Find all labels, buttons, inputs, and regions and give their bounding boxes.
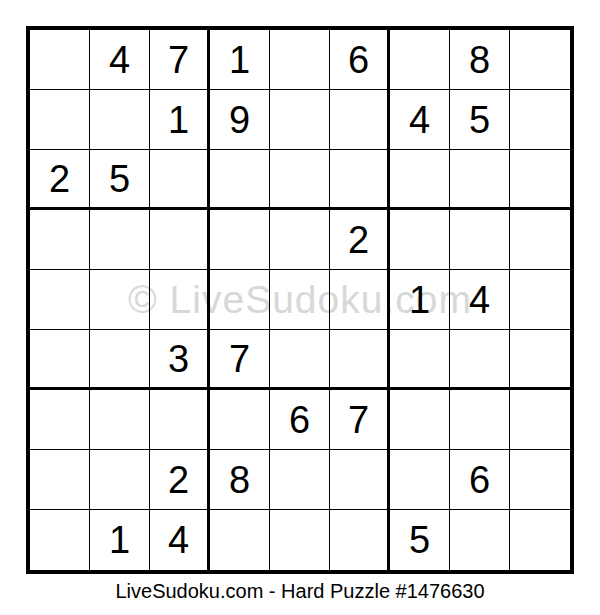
cell-r4c5[interactable] xyxy=(270,210,330,270)
cell-r4c9[interactable] xyxy=(510,210,570,270)
cell-r6c7[interactable] xyxy=(390,330,450,390)
cell-r1c8[interactable]: 8 xyxy=(450,30,510,90)
cell-r2c1[interactable] xyxy=(30,90,90,150)
cell-r9c8[interactable] xyxy=(450,510,510,570)
cell-r5c6[interactable] xyxy=(330,270,390,330)
cell-r9c6[interactable] xyxy=(330,510,390,570)
cell-r8c2[interactable] xyxy=(90,450,150,510)
cell-r5c8[interactable]: 4 xyxy=(450,270,510,330)
cell-r9c3[interactable]: 4 xyxy=(150,510,210,570)
cell-r2c6[interactable] xyxy=(330,90,390,150)
cell-r8c7[interactable] xyxy=(390,450,450,510)
cell-r5c7[interactable]: 1 xyxy=(390,270,450,330)
cell-r7c1[interactable] xyxy=(30,390,90,450)
cell-r2c2[interactable] xyxy=(90,90,150,150)
cell-r3c7[interactable] xyxy=(390,150,450,210)
cell-r4c6[interactable]: 2 xyxy=(330,210,390,270)
cell-r3c4[interactable] xyxy=(210,150,270,210)
cell-r1c5[interactable] xyxy=(270,30,330,90)
cell-r3c3[interactable] xyxy=(150,150,210,210)
cell-r4c3[interactable] xyxy=(150,210,210,270)
cell-r7c7[interactable] xyxy=(390,390,450,450)
cell-r6c1[interactable] xyxy=(30,330,90,390)
cell-r8c6[interactable] xyxy=(330,450,390,510)
cell-r1c1[interactable] xyxy=(30,30,90,90)
cell-r2c7[interactable]: 4 xyxy=(390,90,450,150)
cell-r1c7[interactable] xyxy=(390,30,450,90)
cell-r5c4[interactable] xyxy=(210,270,270,330)
cell-r9c7[interactable]: 5 xyxy=(390,510,450,570)
cell-r6c5[interactable] xyxy=(270,330,330,390)
cell-r3c6[interactable] xyxy=(330,150,390,210)
cell-r7c9[interactable] xyxy=(510,390,570,450)
cell-r2c5[interactable] xyxy=(270,90,330,150)
cell-r1c4[interactable]: 1 xyxy=(210,30,270,90)
cell-r7c8[interactable] xyxy=(450,390,510,450)
cell-r8c3[interactable]: 2 xyxy=(150,450,210,510)
cell-r8c4[interactable]: 8 xyxy=(210,450,270,510)
cell-r1c6[interactable]: 6 xyxy=(330,30,390,90)
cell-r7c6[interactable]: 7 xyxy=(330,390,390,450)
cell-r4c1[interactable] xyxy=(30,210,90,270)
caption: LiveSudoku.com - Hard Puzzle #1476630 xyxy=(0,580,600,603)
sudoku-page: © LiveSudoku.com 47168194525214376728614… xyxy=(0,0,600,615)
cell-r3c5[interactable] xyxy=(270,150,330,210)
cell-r9c2[interactable]: 1 xyxy=(90,510,150,570)
cell-r2c3[interactable]: 1 xyxy=(150,90,210,150)
cell-r6c2[interactable] xyxy=(90,330,150,390)
cell-r6c4[interactable]: 7 xyxy=(210,330,270,390)
cell-r5c1[interactable] xyxy=(30,270,90,330)
cell-r8c8[interactable]: 6 xyxy=(450,450,510,510)
cell-r4c2[interactable] xyxy=(90,210,150,270)
cell-r7c2[interactable] xyxy=(90,390,150,450)
cell-r7c4[interactable] xyxy=(210,390,270,450)
cell-r5c9[interactable] xyxy=(510,270,570,330)
cell-r9c5[interactable] xyxy=(270,510,330,570)
cell-r8c9[interactable] xyxy=(510,450,570,510)
cell-r9c1[interactable] xyxy=(30,510,90,570)
cell-r5c2[interactable] xyxy=(90,270,150,330)
cell-r8c5[interactable] xyxy=(270,450,330,510)
cell-r4c7[interactable] xyxy=(390,210,450,270)
cell-r2c9[interactable] xyxy=(510,90,570,150)
cell-r9c4[interactable] xyxy=(210,510,270,570)
sudoku-board: © LiveSudoku.com 47168194525214376728614… xyxy=(26,26,574,574)
cell-r1c2[interactable]: 4 xyxy=(90,30,150,90)
cell-r3c9[interactable] xyxy=(510,150,570,210)
cell-r7c3[interactable] xyxy=(150,390,210,450)
cell-r5c3[interactable] xyxy=(150,270,210,330)
cell-r1c9[interactable] xyxy=(510,30,570,90)
cell-r8c1[interactable] xyxy=(30,450,90,510)
cell-r2c4[interactable]: 9 xyxy=(210,90,270,150)
cell-r6c8[interactable] xyxy=(450,330,510,390)
cell-r2c8[interactable]: 5 xyxy=(450,90,510,150)
cell-r1c3[interactable]: 7 xyxy=(150,30,210,90)
cell-r3c8[interactable] xyxy=(450,150,510,210)
cell-r3c2[interactable]: 5 xyxy=(90,150,150,210)
cell-r4c8[interactable] xyxy=(450,210,510,270)
cell-r5c5[interactable] xyxy=(270,270,330,330)
cell-r6c3[interactable]: 3 xyxy=(150,330,210,390)
cell-r7c5[interactable]: 6 xyxy=(270,390,330,450)
cell-r6c6[interactable] xyxy=(330,330,390,390)
cell-r9c9[interactable] xyxy=(510,510,570,570)
cell-r6c9[interactable] xyxy=(510,330,570,390)
cell-r3c1[interactable]: 2 xyxy=(30,150,90,210)
cell-r4c4[interactable] xyxy=(210,210,270,270)
